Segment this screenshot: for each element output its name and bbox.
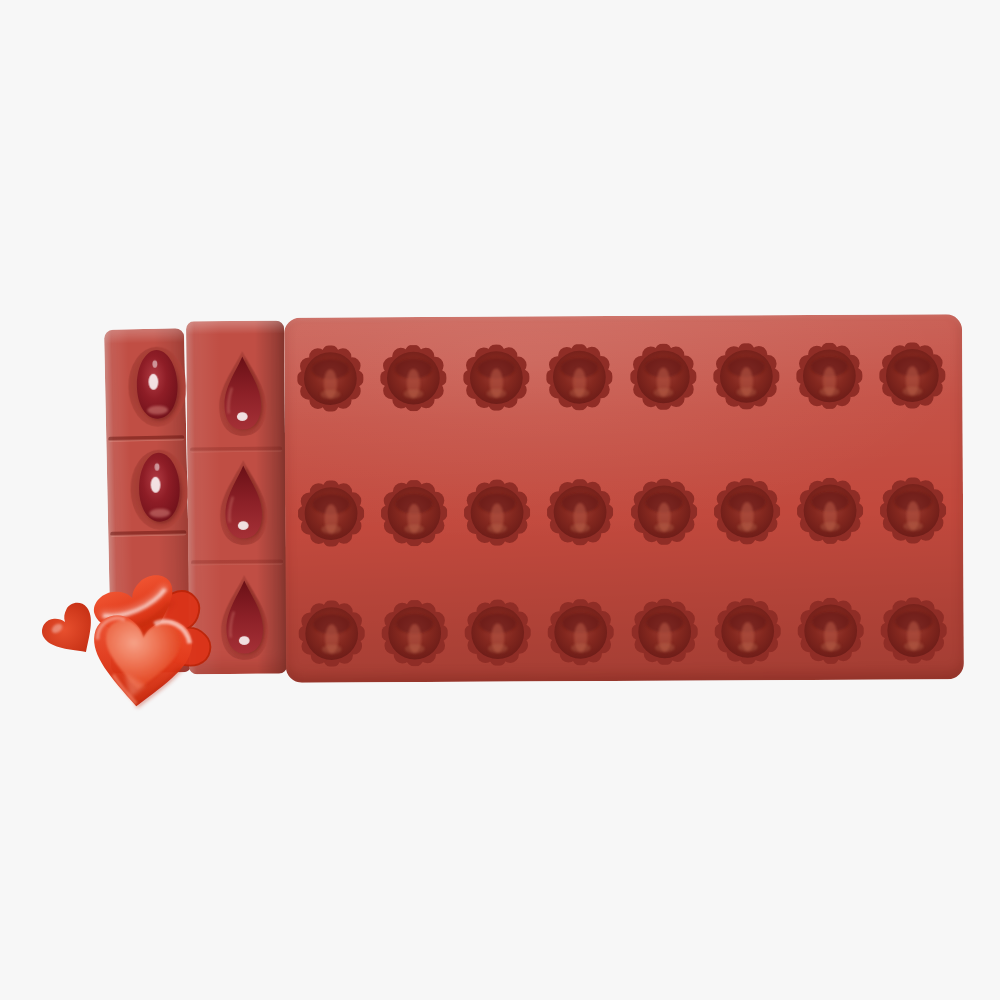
fluted-cavity (463, 343, 529, 411)
teardrop-cavity (215, 459, 272, 545)
heart-gummy-front (75, 600, 208, 722)
fluted-cavity (713, 342, 779, 410)
fluted-cavity (298, 479, 364, 547)
fluted-cavity (714, 597, 780, 665)
fluted-cavity (382, 599, 448, 667)
egg-cavity-column (104, 328, 184, 330)
fluted-cavity (797, 477, 863, 545)
product-photo-scene (0, 0, 1000, 1000)
fluted-cavity (464, 478, 530, 546)
fluted-cavity (714, 477, 780, 545)
fluted-cavity (547, 478, 613, 546)
fluted-cavity (796, 342, 862, 410)
egg-cavity (125, 343, 189, 430)
egg-cavity (127, 446, 191, 533)
teardrop-cavity (216, 574, 273, 660)
teardrop-cavity-column (186, 321, 284, 322)
fluted-mold-tray (284, 314, 964, 683)
fluted-cavity (548, 598, 614, 666)
tray-groove (191, 560, 283, 566)
fluted-cavity (631, 598, 697, 666)
fluted-cavity (630, 478, 696, 546)
tray-groove (190, 447, 282, 453)
fluted-cavity (380, 344, 446, 412)
fluted-cavity (547, 343, 613, 411)
fluted-cavity (630, 343, 696, 411)
fluted-cavity (880, 476, 946, 544)
fluted-cavity-grid (284, 314, 962, 318)
fluted-cavity (465, 598, 531, 666)
fluted-cavity (299, 599, 365, 667)
fluted-cavity (297, 344, 363, 412)
teardrop-cavity (214, 350, 271, 436)
fluted-cavity (797, 597, 863, 665)
fluted-cavity (381, 479, 447, 547)
tray-groove (109, 435, 184, 442)
fluted-cavity (879, 341, 945, 409)
fluted-cavity (880, 596, 946, 664)
